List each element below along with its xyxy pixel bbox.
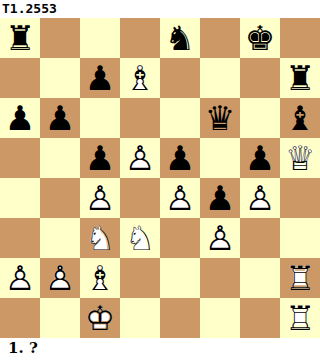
black-piece-body: ♟ bbox=[240, 138, 280, 178]
square-h7[interactable]: ♜ bbox=[280, 58, 320, 98]
black-piece-body: ♟ bbox=[0, 98, 40, 138]
white-piece-outline: ♘ bbox=[80, 218, 120, 258]
white-piece-outline: ♙ bbox=[40, 258, 80, 298]
white-piece-outline: ♗ bbox=[120, 58, 160, 98]
black-piece-body: ♝ bbox=[280, 98, 320, 138]
square-b6[interactable]: ♟ bbox=[40, 98, 80, 138]
square-c3[interactable]: ♞♘ bbox=[80, 218, 120, 258]
square-f1[interactable] bbox=[200, 298, 240, 338]
square-e1[interactable] bbox=[160, 298, 200, 338]
square-a4[interactable] bbox=[0, 178, 40, 218]
white-knight-c3: ♞♘ bbox=[80, 218, 120, 258]
square-g7[interactable] bbox=[240, 58, 280, 98]
square-c5[interactable]: ♟ bbox=[80, 138, 120, 178]
square-g5[interactable]: ♟ bbox=[240, 138, 280, 178]
square-g6[interactable] bbox=[240, 98, 280, 138]
square-c2[interactable]: ♝♗ bbox=[80, 258, 120, 298]
square-e8[interactable]: ♞ bbox=[160, 18, 200, 58]
black-rook-h7: ♜ bbox=[280, 58, 320, 98]
black-rook-a8: ♜ bbox=[0, 18, 40, 58]
square-b7[interactable] bbox=[40, 58, 80, 98]
white-pawn-g4: ♟♙ bbox=[240, 178, 280, 218]
white-pawn-b2: ♟♙ bbox=[40, 258, 80, 298]
black-pawn-c7: ♟ bbox=[80, 58, 120, 98]
square-e6[interactable] bbox=[160, 98, 200, 138]
white-piece-outline: ♖ bbox=[280, 298, 320, 338]
white-piece-outline: ♙ bbox=[80, 178, 120, 218]
square-f3[interactable]: ♟♙ bbox=[200, 218, 240, 258]
square-a6[interactable]: ♟ bbox=[0, 98, 40, 138]
white-pawn-a2: ♟♙ bbox=[0, 258, 40, 298]
white-piece-outline: ♗ bbox=[80, 258, 120, 298]
square-a5[interactable] bbox=[0, 138, 40, 178]
white-rook-h1: ♜♖ bbox=[280, 298, 320, 338]
black-piece-body: ♟ bbox=[80, 58, 120, 98]
white-piece-outline: ♙ bbox=[120, 138, 160, 178]
square-c7[interactable]: ♟ bbox=[80, 58, 120, 98]
black-pawn-e5: ♟ bbox=[160, 138, 200, 178]
white-piece-outline: ♙ bbox=[0, 258, 40, 298]
square-b8[interactable] bbox=[40, 18, 80, 58]
square-d8[interactable] bbox=[120, 18, 160, 58]
square-g2[interactable] bbox=[240, 258, 280, 298]
square-c4[interactable]: ♟♙ bbox=[80, 178, 120, 218]
square-h6[interactable]: ♝ bbox=[280, 98, 320, 138]
white-piece-outline: ♙ bbox=[240, 178, 280, 218]
puzzle-title: T1.2553 bbox=[0, 0, 320, 18]
black-piece-body: ♜ bbox=[280, 58, 320, 98]
square-f8[interactable] bbox=[200, 18, 240, 58]
black-piece-body: ♟ bbox=[160, 138, 200, 178]
square-c8[interactable] bbox=[80, 18, 120, 58]
square-c1[interactable]: ♚♔ bbox=[80, 298, 120, 338]
square-h8[interactable] bbox=[280, 18, 320, 58]
white-piece-outline: ♙ bbox=[160, 178, 200, 218]
square-f7[interactable] bbox=[200, 58, 240, 98]
square-b5[interactable] bbox=[40, 138, 80, 178]
square-h2[interactable]: ♜♖ bbox=[280, 258, 320, 298]
black-bishop-h6: ♝ bbox=[280, 98, 320, 138]
white-rook-h2: ♜♖ bbox=[280, 258, 320, 298]
square-d2[interactable] bbox=[120, 258, 160, 298]
white-pawn-d5: ♟♙ bbox=[120, 138, 160, 178]
square-b3[interactable] bbox=[40, 218, 80, 258]
black-pawn-b6: ♟ bbox=[40, 98, 80, 138]
white-piece-outline: ♔ bbox=[80, 298, 120, 338]
black-piece-body: ♚ bbox=[240, 18, 280, 58]
white-piece-outline: ♙ bbox=[200, 218, 240, 258]
white-bishop-d7: ♝♗ bbox=[120, 58, 160, 98]
square-g4[interactable]: ♟♙ bbox=[240, 178, 280, 218]
black-piece-body: ♟ bbox=[40, 98, 80, 138]
square-h4[interactable] bbox=[280, 178, 320, 218]
black-piece-body: ♟ bbox=[200, 178, 240, 218]
square-e2[interactable] bbox=[160, 258, 200, 298]
white-piece-outline: ♖ bbox=[280, 258, 320, 298]
black-piece-body: ♛ bbox=[200, 98, 240, 138]
square-f5[interactable] bbox=[200, 138, 240, 178]
square-g8[interactable]: ♚ bbox=[240, 18, 280, 58]
square-b2[interactable]: ♟♙ bbox=[40, 258, 80, 298]
square-b1[interactable] bbox=[40, 298, 80, 338]
black-piece-body: ♟ bbox=[80, 138, 120, 178]
black-knight-e8: ♞ bbox=[160, 18, 200, 58]
square-a3[interactable] bbox=[0, 218, 40, 258]
square-d7[interactable]: ♝♗ bbox=[120, 58, 160, 98]
white-knight-d3: ♞♘ bbox=[120, 218, 160, 258]
black-pawn-f4: ♟ bbox=[200, 178, 240, 218]
square-d6[interactable] bbox=[120, 98, 160, 138]
move-prompt: 1. ? bbox=[0, 338, 320, 360]
square-g1[interactable] bbox=[240, 298, 280, 338]
square-d3[interactable]: ♞♘ bbox=[120, 218, 160, 258]
square-g3[interactable] bbox=[240, 218, 280, 258]
black-pawn-a6: ♟ bbox=[0, 98, 40, 138]
white-queen-h5: ♛♕ bbox=[280, 138, 320, 178]
square-h1[interactable]: ♜♖ bbox=[280, 298, 320, 338]
square-d4[interactable] bbox=[120, 178, 160, 218]
white-pawn-e4: ♟♙ bbox=[160, 178, 200, 218]
square-a1[interactable] bbox=[0, 298, 40, 338]
black-king-g8: ♚ bbox=[240, 18, 280, 58]
square-b4[interactable] bbox=[40, 178, 80, 218]
square-e5[interactable]: ♟ bbox=[160, 138, 200, 178]
white-bishop-c2: ♝♗ bbox=[80, 258, 120, 298]
square-f6[interactable]: ♛ bbox=[200, 98, 240, 138]
white-king-c1: ♚♔ bbox=[80, 298, 120, 338]
square-f4[interactable]: ♟ bbox=[200, 178, 240, 218]
white-pawn-f3: ♟♙ bbox=[200, 218, 240, 258]
black-piece-body: ♞ bbox=[160, 18, 200, 58]
square-a8[interactable]: ♜ bbox=[0, 18, 40, 58]
black-piece-body: ♜ bbox=[0, 18, 40, 58]
square-h3[interactable] bbox=[280, 218, 320, 258]
square-a7[interactable] bbox=[0, 58, 40, 98]
square-e4[interactable]: ♟♙ bbox=[160, 178, 200, 218]
square-d5[interactable]: ♟♙ bbox=[120, 138, 160, 178]
chess-board: ♜♞♚♟♝♗♜♟♟♛♝♟♟♙♟♟♛♕♟♙♟♙♟♟♙♞♘♞♘♟♙♟♙♟♙♝♗♜♖♚… bbox=[0, 18, 320, 338]
white-piece-outline: ♘ bbox=[120, 218, 160, 258]
square-a2[interactable]: ♟♙ bbox=[0, 258, 40, 298]
black-pawn-g5: ♟ bbox=[240, 138, 280, 178]
square-h5[interactable]: ♛♕ bbox=[280, 138, 320, 178]
square-f2[interactable] bbox=[200, 258, 240, 298]
black-pawn-c5: ♟ bbox=[80, 138, 120, 178]
white-piece-outline: ♕ bbox=[280, 138, 320, 178]
square-e7[interactable] bbox=[160, 58, 200, 98]
square-d1[interactable] bbox=[120, 298, 160, 338]
black-queen-f6: ♛ bbox=[200, 98, 240, 138]
square-c6[interactable] bbox=[80, 98, 120, 138]
square-e3[interactable] bbox=[160, 218, 200, 258]
white-pawn-c4: ♟♙ bbox=[80, 178, 120, 218]
